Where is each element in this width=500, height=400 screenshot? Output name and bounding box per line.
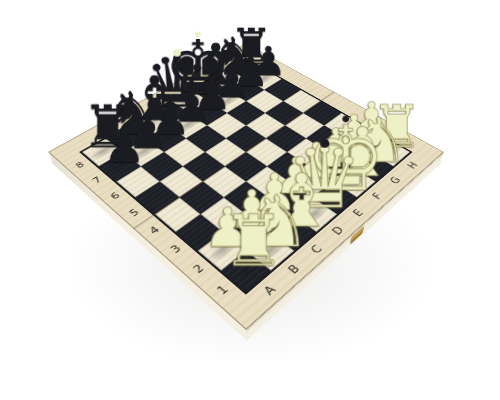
black-pawn-glyph: ♟ [62,122,186,169]
white-rook-glyph: ♜ [180,206,327,277]
chess-set-photo: ABCDEFGH 87654321 ♜♞♝♛♚♝♞♜♟♟♟♟♟♟♟♟♟♟♟♟♟♟… [0,0,500,400]
